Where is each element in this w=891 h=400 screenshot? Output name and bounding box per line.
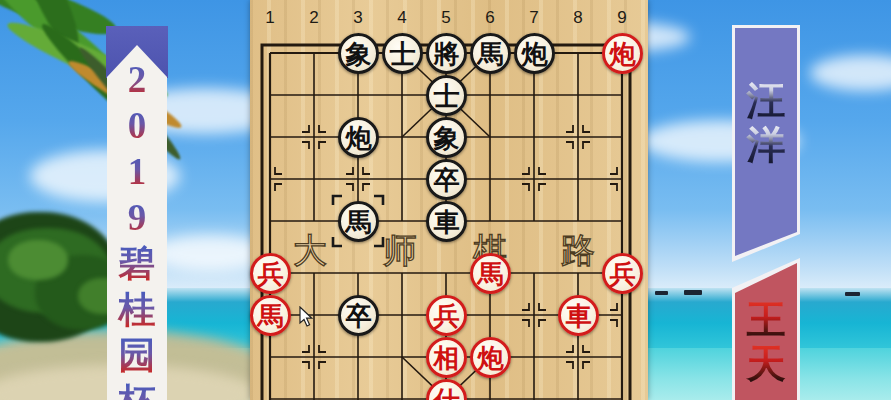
island-vegetation bbox=[8, 240, 68, 280]
piece-black-象[interactable]: 象 bbox=[338, 33, 379, 74]
piece-black-士[interactable]: 士 bbox=[426, 75, 467, 116]
xiangqi-board[interactable]: 123456789 大师棋路 象士將馬炮炮士炮象卒馬車兵馬兵馬卒兵車相炮仕 bbox=[250, 0, 648, 400]
piece-black-卒[interactable]: 卒 bbox=[338, 295, 379, 336]
piece-red-兵[interactable]: 兵 bbox=[602, 253, 643, 294]
tournament-banner: 2019碧桂园杯 bbox=[107, 45, 167, 400]
piece-black-車[interactable]: 車 bbox=[426, 201, 467, 242]
piece-red-相[interactable]: 相 bbox=[426, 337, 467, 378]
tournament-title: 2019碧桂园杯 bbox=[107, 57, 167, 400]
piece-black-卒[interactable]: 卒 bbox=[426, 159, 467, 200]
boat bbox=[655, 291, 668, 295]
piece-red-炮[interactable]: 炮 bbox=[470, 337, 511, 378]
piece-black-炮[interactable]: 炮 bbox=[338, 117, 379, 158]
piece-black-將[interactable]: 將 bbox=[426, 33, 467, 74]
player-name-top: 汪洋 bbox=[732, 78, 800, 166]
piece-black-馬[interactable]: 馬 bbox=[338, 201, 379, 242]
boat bbox=[684, 290, 702, 295]
player-name-bottom: 王天 bbox=[732, 297, 800, 385]
piece-red-兵[interactable]: 兵 bbox=[250, 253, 291, 294]
mouse-cursor bbox=[299, 306, 315, 328]
piece-black-炮[interactable]: 炮 bbox=[514, 33, 555, 74]
piece-black-士[interactable]: 士 bbox=[382, 33, 423, 74]
piece-black-象[interactable]: 象 bbox=[426, 117, 467, 158]
scene: 123456789 大师棋路 象士將馬炮炮士炮象卒馬車兵馬兵馬卒兵車相炮仕 20… bbox=[0, 0, 891, 400]
boat bbox=[845, 292, 860, 296]
piece-black-馬[interactable]: 馬 bbox=[470, 33, 511, 74]
piece-red-馬[interactable]: 馬 bbox=[470, 253, 511, 294]
piece-red-馬[interactable]: 馬 bbox=[250, 295, 291, 336]
piece-red-炮[interactable]: 炮 bbox=[602, 33, 643, 74]
piece-red-兵[interactable]: 兵 bbox=[426, 295, 467, 336]
piece-red-車[interactable]: 車 bbox=[558, 295, 599, 336]
